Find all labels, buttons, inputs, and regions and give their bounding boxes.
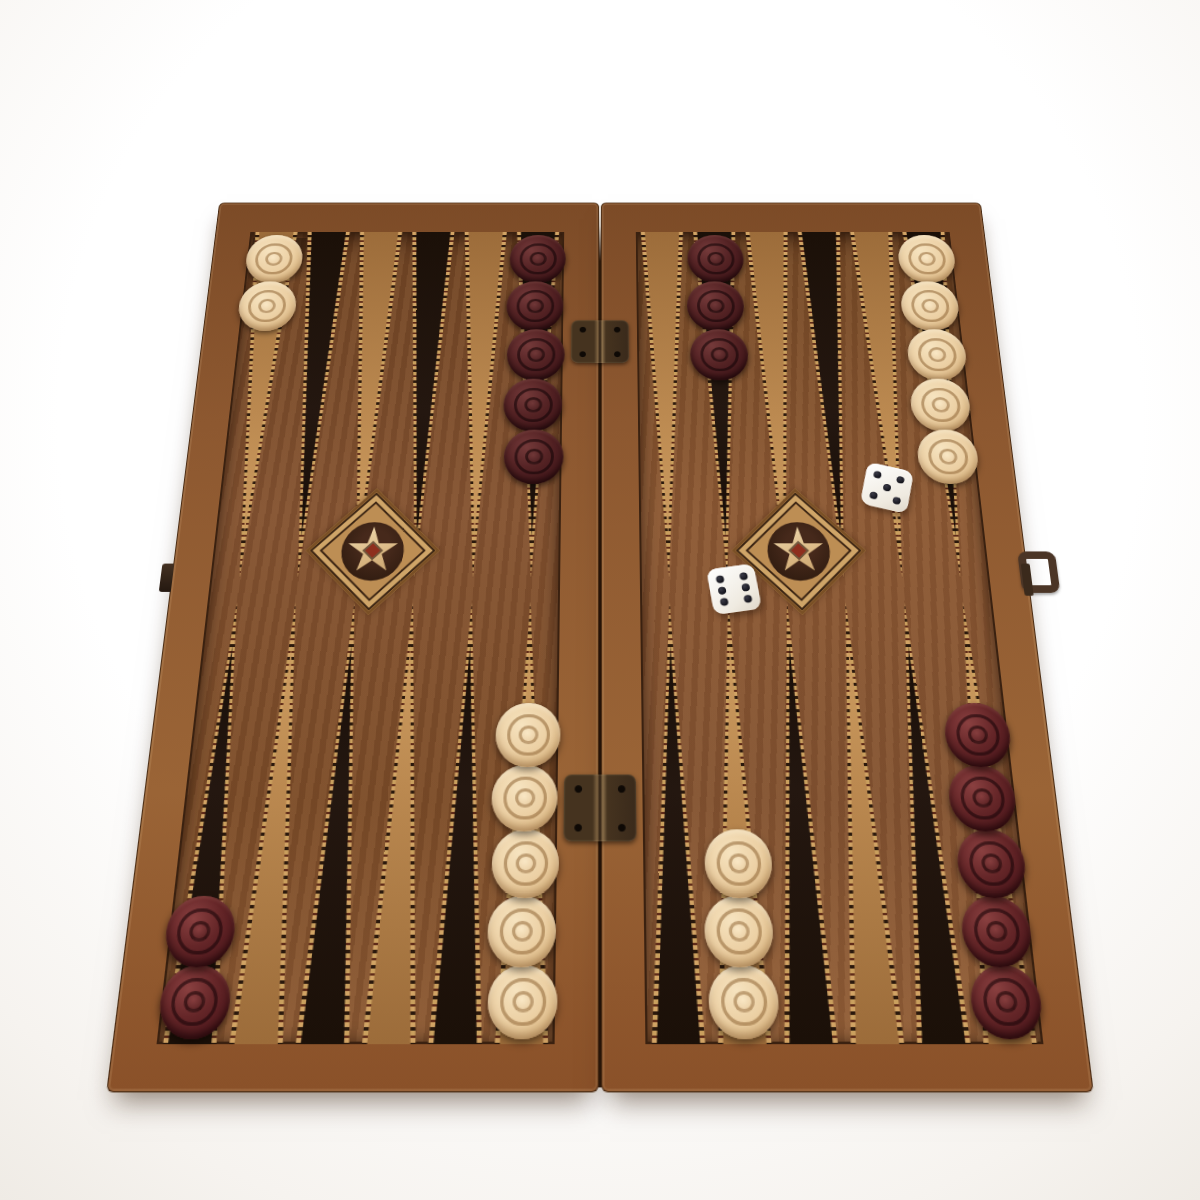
cell-bottom-6	[488, 590, 560, 1044]
checker-cream[interactable]	[495, 703, 561, 767]
checker-dark[interactable]	[506, 329, 565, 380]
die-pip	[882, 484, 891, 493]
checker-cream[interactable]	[704, 829, 774, 898]
die-pip	[743, 594, 752, 603]
die-pip	[873, 471, 882, 480]
checker-cream[interactable]	[491, 829, 559, 898]
checker-cream[interactable]	[487, 896, 557, 967]
photo-backdrop	[0, 0, 1200, 1200]
checker-dark[interactable]	[955, 829, 1029, 898]
die-pip-empty	[871, 481, 880, 490]
checker-dark[interactable]	[968, 965, 1045, 1039]
checker-cream[interactable]	[909, 379, 973, 432]
checker-dark[interactable]	[942, 703, 1014, 767]
checker-dark[interactable]	[503, 379, 563, 432]
die-pip	[892, 497, 901, 506]
left-points-grid	[157, 232, 565, 1044]
die-6[interactable]	[706, 563, 762, 615]
checker-cream[interactable]	[704, 896, 775, 967]
checker-dark[interactable]	[506, 281, 564, 330]
case-half-right	[601, 203, 1094, 1093]
die-pip-empty	[732, 596, 741, 605]
checker-dark[interactable]	[509, 235, 566, 283]
die-pip	[739, 572, 748, 581]
checker-cream[interactable]	[906, 329, 969, 380]
hinge-bottom	[563, 775, 636, 842]
checker-cream[interactable]	[899, 281, 961, 330]
checker-cream[interactable]	[916, 430, 981, 484]
playing-field-right	[636, 232, 1044, 1044]
die-pip	[718, 586, 727, 595]
checker-dark[interactable]	[690, 329, 750, 380]
die-pip-empty	[727, 573, 736, 582]
checker-dark[interactable]	[503, 430, 564, 484]
checker-cream[interactable]	[236, 281, 298, 330]
checker-cream[interactable]	[243, 235, 304, 283]
playing-field-left	[157, 232, 565, 1044]
die-pip-empty	[894, 486, 903, 495]
case-half-left	[106, 203, 599, 1093]
cell-top-6	[502, 232, 565, 590]
point-bottom-7[interactable]	[645, 602, 707, 1044]
backgammon-case	[106, 203, 1094, 1093]
die-pip-empty	[884, 473, 893, 482]
die-pip	[716, 575, 725, 584]
checker-dark[interactable]	[156, 965, 233, 1039]
right-points-grid	[636, 232, 1044, 1044]
die-pip-empty	[880, 494, 889, 503]
die-pip	[720, 597, 729, 606]
checker-dark[interactable]	[946, 765, 1019, 831]
point-top-5[interactable]	[448, 232, 508, 578]
checker-dark[interactable]	[959, 896, 1035, 967]
die-pip	[869, 491, 878, 500]
checker-cream[interactable]	[491, 765, 558, 831]
checker-dark[interactable]	[162, 896, 238, 967]
checker-dark[interactable]	[687, 235, 745, 283]
point-top-7[interactable]	[640, 232, 694, 578]
checker-cream[interactable]	[897, 235, 958, 283]
die-pip-empty	[729, 585, 738, 594]
hinge-top	[571, 320, 629, 362]
die-pip	[896, 476, 905, 485]
die-pip	[741, 583, 750, 592]
checker-dark[interactable]	[687, 281, 746, 330]
